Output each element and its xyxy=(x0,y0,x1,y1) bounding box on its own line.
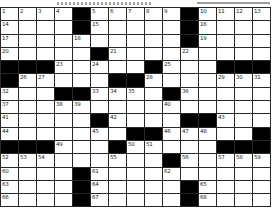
black-cell xyxy=(163,88,180,100)
clue-number: 41 xyxy=(2,114,8,120)
clue-number: 44 xyxy=(2,128,8,134)
white-cell[interactable] xyxy=(91,154,108,166)
clue-number: 8 xyxy=(146,8,149,14)
white-cell[interactable] xyxy=(109,194,126,206)
white-cell[interactable] xyxy=(217,101,234,113)
white-cell[interactable]: 8 xyxy=(145,8,162,20)
white-cell[interactable]: 33 xyxy=(91,88,108,100)
white-cell[interactable] xyxy=(145,114,162,126)
white-cell[interactable]: 36 xyxy=(181,88,198,100)
white-cell[interactable]: 37 xyxy=(1,101,18,113)
white-cell[interactable]: 21 xyxy=(109,48,126,60)
cropped-caption-text xyxy=(57,2,153,5)
white-cell[interactable]: 52 xyxy=(1,154,18,166)
white-cell[interactable] xyxy=(163,74,180,86)
clue-number: 4 xyxy=(56,8,59,14)
white-cell[interactable]: 51 xyxy=(145,141,162,153)
white-cell[interactable]: 15 xyxy=(91,21,108,33)
white-cell[interactable] xyxy=(253,35,270,47)
white-cell[interactable] xyxy=(37,35,54,47)
black-cell xyxy=(91,114,108,126)
black-cell xyxy=(181,21,198,33)
white-cell[interactable] xyxy=(199,74,216,86)
white-cell[interactable] xyxy=(55,168,72,180)
white-cell[interactable] xyxy=(19,48,36,60)
clue-number: 28 xyxy=(146,74,152,80)
white-cell[interactable] xyxy=(217,181,234,193)
clue-number: 49 xyxy=(56,141,62,147)
white-cell[interactable] xyxy=(253,48,270,60)
clue-number: 63 xyxy=(2,181,8,187)
clue-number: 40 xyxy=(164,101,170,107)
white-cell[interactable] xyxy=(217,48,234,60)
white-cell[interactable] xyxy=(73,141,90,153)
black-cell xyxy=(73,21,90,33)
white-cell[interactable]: 22 xyxy=(181,48,198,60)
white-cell[interactable] xyxy=(145,154,162,166)
white-cell[interactable] xyxy=(235,194,252,206)
clue-number: 18 xyxy=(74,35,80,41)
white-cell[interactable] xyxy=(73,74,90,86)
white-cell[interactable] xyxy=(19,128,36,140)
white-cell[interactable] xyxy=(253,101,270,113)
white-cell[interactable]: 48 xyxy=(199,128,216,140)
clue-number: 25 xyxy=(164,61,170,67)
white-cell[interactable] xyxy=(145,101,162,113)
white-cell[interactable] xyxy=(235,128,252,140)
clue-number: 50 xyxy=(128,141,134,147)
white-cell[interactable]: 9 xyxy=(163,8,180,20)
white-cell[interactable] xyxy=(235,181,252,193)
white-cell[interactable] xyxy=(199,61,216,73)
white-cell[interactable]: 2 xyxy=(19,8,36,20)
clue-number: 59 xyxy=(254,154,260,160)
white-cell[interactable]: 26 xyxy=(19,74,36,86)
white-cell[interactable]: 58 xyxy=(235,154,252,166)
white-cell[interactable] xyxy=(37,48,54,60)
white-cell[interactable] xyxy=(55,35,72,47)
white-cell[interactable] xyxy=(163,141,180,153)
white-cell[interactable] xyxy=(181,168,198,180)
clue-number: 34 xyxy=(110,88,116,94)
clue-number: 56 xyxy=(182,154,188,160)
clue-number: 20 xyxy=(2,48,8,54)
white-cell[interactable]: 14 xyxy=(1,21,18,33)
white-cell[interactable] xyxy=(55,48,72,60)
clue-number: 62 xyxy=(164,168,170,174)
white-cell[interactable] xyxy=(199,88,216,100)
white-cell[interactable] xyxy=(127,35,144,47)
white-cell[interactable]: 7 xyxy=(127,8,144,20)
white-cell[interactable] xyxy=(253,194,270,206)
white-cell[interactable] xyxy=(145,181,162,193)
clue-number: 57 xyxy=(218,154,224,160)
crossword-grid: 1234567891011121314151617181920212223242… xyxy=(0,7,271,207)
white-cell[interactable]: 20 xyxy=(1,48,18,60)
white-cell[interactable]: 17 xyxy=(1,35,18,47)
white-cell[interactable] xyxy=(199,168,216,180)
white-cell[interactable]: 53 xyxy=(19,154,36,166)
clue-number: 51 xyxy=(146,141,152,147)
white-cell[interactable]: 57 xyxy=(217,154,234,166)
white-cell[interactable]: 13 xyxy=(253,8,270,20)
white-cell[interactable]: 30 xyxy=(235,74,252,86)
white-cell[interactable] xyxy=(217,194,234,206)
clue-number: 15 xyxy=(92,21,98,27)
clue-number: 64 xyxy=(92,181,98,187)
clue-number: 67 xyxy=(92,194,98,200)
white-cell[interactable] xyxy=(145,194,162,206)
white-cell[interactable] xyxy=(253,21,270,33)
white-cell[interactable] xyxy=(19,194,36,206)
black-cell xyxy=(181,181,198,193)
white-cell[interactable] xyxy=(73,61,90,73)
clue-number: 17 xyxy=(2,35,8,41)
black-cell xyxy=(217,61,234,73)
black-cell xyxy=(127,128,144,140)
black-cell xyxy=(145,128,162,140)
white-cell[interactable]: 19 xyxy=(199,35,216,47)
clue-number: 58 xyxy=(236,154,242,160)
white-cell[interactable]: 47 xyxy=(181,128,198,140)
white-cell[interactable] xyxy=(217,168,234,180)
black-cell xyxy=(19,141,36,153)
black-cell xyxy=(1,74,18,86)
black-cell xyxy=(73,168,90,180)
white-cell[interactable] xyxy=(145,35,162,47)
white-cell[interactable]: 27 xyxy=(37,74,54,86)
white-cell[interactable] xyxy=(235,21,252,33)
black-cell xyxy=(199,114,216,126)
white-cell[interactable]: 38 xyxy=(55,101,72,113)
white-cell[interactable] xyxy=(253,114,270,126)
black-cell xyxy=(91,48,108,60)
white-cell[interactable] xyxy=(91,74,108,86)
white-cell[interactable] xyxy=(109,168,126,180)
black-cell xyxy=(127,74,144,86)
white-cell[interactable] xyxy=(235,101,252,113)
white-cell[interactable] xyxy=(127,114,144,126)
white-cell[interactable] xyxy=(55,74,72,86)
clue-number: 6 xyxy=(110,8,113,14)
white-cell[interactable] xyxy=(127,154,144,166)
white-cell[interactable] xyxy=(109,35,126,47)
clue-number: 19 xyxy=(200,35,206,41)
white-cell[interactable]: 32 xyxy=(1,88,18,100)
black-cell xyxy=(73,88,90,100)
white-cell[interactable]: 31 xyxy=(253,74,270,86)
white-cell[interactable]: 68 xyxy=(199,194,216,206)
clue-number: 45 xyxy=(92,128,98,134)
white-cell[interactable] xyxy=(55,21,72,33)
black-cell xyxy=(37,141,54,153)
white-cell[interactable] xyxy=(55,128,72,140)
clue-number: 60 xyxy=(2,168,8,174)
clue-number: 65 xyxy=(200,181,206,187)
white-cell[interactable] xyxy=(235,48,252,60)
white-cell[interactable]: 60 xyxy=(1,168,18,180)
white-cell[interactable]: 4 xyxy=(55,8,72,20)
white-cell[interactable] xyxy=(127,48,144,60)
black-cell xyxy=(37,61,54,73)
black-cell xyxy=(181,8,198,20)
white-cell[interactable] xyxy=(235,114,252,126)
clue-number: 10 xyxy=(200,8,206,14)
white-cell[interactable] xyxy=(19,101,36,113)
white-cell[interactable] xyxy=(253,168,270,180)
clue-number: 24 xyxy=(92,61,98,67)
clue-number: 2 xyxy=(20,8,23,14)
white-cell[interactable]: 54 xyxy=(37,154,54,166)
clue-number: 9 xyxy=(164,8,167,14)
clue-number: 3 xyxy=(38,8,41,14)
white-cell[interactable] xyxy=(235,88,252,100)
white-cell[interactable] xyxy=(145,48,162,60)
clue-number: 61 xyxy=(92,168,98,174)
white-cell[interactable] xyxy=(127,61,144,73)
white-cell[interactable] xyxy=(127,101,144,113)
white-cell[interactable] xyxy=(145,21,162,33)
white-cell[interactable] xyxy=(235,35,252,47)
white-cell[interactable]: 49 xyxy=(55,141,72,153)
white-cell[interactable] xyxy=(19,114,36,126)
clue-number: 43 xyxy=(218,114,224,120)
white-cell[interactable]: 23 xyxy=(55,61,72,73)
clue-number: 52 xyxy=(2,154,8,160)
black-cell xyxy=(217,141,234,153)
white-cell[interactable] xyxy=(37,114,54,126)
white-cell[interactable] xyxy=(91,141,108,153)
white-cell[interactable] xyxy=(145,168,162,180)
white-cell[interactable] xyxy=(163,21,180,33)
white-cell[interactable]: 3 xyxy=(37,8,54,20)
clue-number: 47 xyxy=(182,128,188,134)
white-cell[interactable] xyxy=(217,88,234,100)
white-cell[interactable] xyxy=(109,61,126,73)
white-cell[interactable]: 34 xyxy=(109,88,126,100)
white-cell[interactable] xyxy=(181,141,198,153)
black-cell xyxy=(1,61,18,73)
white-cell[interactable]: 1 xyxy=(1,8,18,20)
clue-number: 27 xyxy=(38,74,44,80)
clue-number: 29 xyxy=(218,74,224,80)
clue-number: 31 xyxy=(254,74,260,80)
black-cell xyxy=(109,74,126,86)
white-cell[interactable]: 45 xyxy=(91,128,108,140)
black-cell xyxy=(181,35,198,47)
white-cell[interactable] xyxy=(55,114,72,126)
white-cell[interactable]: 24 xyxy=(91,61,108,73)
clue-number: 38 xyxy=(56,101,62,107)
black-cell xyxy=(73,181,90,193)
black-cell xyxy=(55,88,72,100)
white-cell[interactable]: 39 xyxy=(73,101,90,113)
white-cell[interactable] xyxy=(19,88,36,100)
white-cell[interactable] xyxy=(199,141,216,153)
white-cell[interactable] xyxy=(37,101,54,113)
white-cell[interactable]: 16 xyxy=(199,21,216,33)
white-cell[interactable]: 46 xyxy=(163,128,180,140)
white-cell[interactable]: 43 xyxy=(217,114,234,126)
white-cell[interactable]: 56 xyxy=(181,154,198,166)
white-cell[interactable]: 64 xyxy=(91,181,108,193)
white-cell[interactable] xyxy=(19,181,36,193)
white-cell[interactable]: 40 xyxy=(163,101,180,113)
white-cell[interactable] xyxy=(199,48,216,60)
white-cell[interactable]: 65 xyxy=(199,181,216,193)
clue-number: 39 xyxy=(74,101,80,107)
white-cell[interactable]: 28 xyxy=(145,74,162,86)
white-cell[interactable] xyxy=(19,21,36,33)
white-cell[interactable] xyxy=(109,101,126,113)
clue-number: 14 xyxy=(2,21,8,27)
white-cell[interactable]: 12 xyxy=(235,8,252,20)
clue-number: 46 xyxy=(164,128,170,134)
clue-number: 37 xyxy=(2,101,8,107)
white-cell[interactable]: 35 xyxy=(127,88,144,100)
white-cell[interactable] xyxy=(163,114,180,126)
white-cell[interactable]: 25 xyxy=(163,61,180,73)
white-cell[interactable]: 61 xyxy=(91,168,108,180)
white-cell[interactable] xyxy=(37,168,54,180)
clue-number: 54 xyxy=(38,154,44,160)
black-cell xyxy=(73,8,90,20)
black-cell xyxy=(235,141,252,153)
clue-number: 26 xyxy=(20,74,26,80)
white-cell[interactable] xyxy=(127,181,144,193)
clue-number: 32 xyxy=(2,88,8,94)
white-cell[interactable] xyxy=(37,21,54,33)
black-cell xyxy=(235,61,252,73)
white-cell[interactable] xyxy=(109,21,126,33)
white-cell[interactable]: 42 xyxy=(109,114,126,126)
white-cell[interactable]: 67 xyxy=(91,194,108,206)
white-cell[interactable] xyxy=(163,194,180,206)
white-cell[interactable] xyxy=(91,35,108,47)
white-cell[interactable]: 10 xyxy=(199,8,216,20)
clue-number: 53 xyxy=(20,154,26,160)
white-cell[interactable] xyxy=(253,181,270,193)
clue-number: 33 xyxy=(92,88,98,94)
clue-number: 66 xyxy=(2,194,8,200)
white-cell[interactable] xyxy=(235,168,252,180)
white-cell[interactable] xyxy=(181,61,198,73)
black-cell xyxy=(181,114,198,126)
white-cell[interactable] xyxy=(55,154,72,166)
white-cell[interactable] xyxy=(217,35,234,47)
white-cell[interactable]: 6 xyxy=(109,8,126,20)
white-cell[interactable]: 41 xyxy=(1,114,18,126)
clue-number: 35 xyxy=(128,88,134,94)
white-cell[interactable] xyxy=(217,128,234,140)
black-cell xyxy=(19,61,36,73)
white-cell[interactable] xyxy=(181,74,198,86)
white-cell[interactable] xyxy=(19,168,36,180)
white-cell[interactable] xyxy=(55,181,72,193)
black-cell xyxy=(163,154,180,166)
white-cell[interactable]: 11 xyxy=(217,8,234,20)
white-cell[interactable] xyxy=(37,194,54,206)
white-cell[interactable]: 18 xyxy=(73,35,90,47)
clue-number: 7 xyxy=(128,8,131,14)
white-cell[interactable]: 62 xyxy=(163,168,180,180)
white-cell[interactable] xyxy=(253,88,270,100)
header-rule xyxy=(197,2,270,4)
white-cell[interactable]: 5 xyxy=(91,8,108,20)
white-cell[interactable] xyxy=(55,194,72,206)
white-cell[interactable]: 55 xyxy=(109,154,126,166)
white-cell[interactable] xyxy=(19,35,36,47)
white-cell[interactable]: 63 xyxy=(1,181,18,193)
black-cell xyxy=(145,61,162,73)
black-cell xyxy=(253,128,270,140)
white-cell[interactable] xyxy=(73,114,90,126)
white-cell[interactable] xyxy=(217,21,234,33)
clue-number: 30 xyxy=(236,74,242,80)
clue-number: 36 xyxy=(182,88,188,94)
white-cell[interactable] xyxy=(163,35,180,47)
black-cell xyxy=(253,141,270,153)
white-cell[interactable] xyxy=(109,181,126,193)
black-cell xyxy=(1,141,18,153)
white-cell[interactable] xyxy=(73,128,90,140)
clue-number: 5 xyxy=(92,8,95,14)
clue-number: 12 xyxy=(236,8,242,14)
white-cell[interactable]: 44 xyxy=(1,128,18,140)
white-cell[interactable] xyxy=(127,194,144,206)
white-cell[interactable] xyxy=(109,128,126,140)
white-cell[interactable] xyxy=(73,48,90,60)
white-cell[interactable] xyxy=(163,181,180,193)
clue-number: 21 xyxy=(110,48,116,54)
white-cell[interactable] xyxy=(37,181,54,193)
white-cell[interactable] xyxy=(127,168,144,180)
white-cell[interactable] xyxy=(199,101,216,113)
white-cell[interactable] xyxy=(73,154,90,166)
white-cell[interactable] xyxy=(37,88,54,100)
clue-number: 16 xyxy=(200,21,206,27)
black-cell xyxy=(73,194,90,206)
white-cell[interactable]: 50 xyxy=(127,141,144,153)
clue-number: 68 xyxy=(200,194,206,200)
clue-number: 55 xyxy=(110,154,116,160)
clue-number: 1 xyxy=(2,8,5,14)
black-cell xyxy=(253,61,270,73)
white-cell[interactable]: 29 xyxy=(217,74,234,86)
white-cell[interactable]: 66 xyxy=(1,194,18,206)
white-cell[interactable] xyxy=(127,21,144,33)
clue-number: 48 xyxy=(200,128,206,134)
black-cell xyxy=(109,141,126,153)
white-cell[interactable] xyxy=(91,101,108,113)
clue-number: 13 xyxy=(254,8,260,14)
clue-number: 11 xyxy=(218,8,224,14)
white-cell[interactable]: 59 xyxy=(253,154,270,166)
clue-number: 42 xyxy=(110,114,116,120)
black-cell xyxy=(181,194,198,206)
white-cell[interactable] xyxy=(181,101,198,113)
white-cell[interactable] xyxy=(145,88,162,100)
white-cell[interactable] xyxy=(163,48,180,60)
white-cell[interactable] xyxy=(199,154,216,166)
clue-number: 23 xyxy=(56,61,62,67)
white-cell[interactable] xyxy=(37,128,54,140)
clue-number: 22 xyxy=(182,48,188,54)
